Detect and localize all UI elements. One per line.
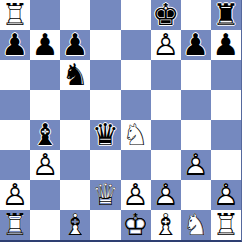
square-h2[interactable]: ♟♙ bbox=[211, 180, 241, 210]
black-pawn-glyph: ♟ bbox=[0, 30, 30, 60]
square-b4[interactable]: ♝ bbox=[30, 120, 60, 150]
square-f5[interactable] bbox=[151, 90, 181, 120]
black-rook-glyph: ♜ bbox=[211, 0, 241, 30]
square-h5[interactable] bbox=[211, 90, 241, 120]
square-c7[interactable]: ♟ bbox=[60, 30, 90, 60]
black-pawn-glyph: ♟ bbox=[60, 30, 90, 60]
square-f8[interactable]: ♚ bbox=[151, 0, 181, 30]
white-bishop[interactable]: ♝♗ bbox=[151, 210, 181, 240]
square-a8[interactable]: ♜♖ bbox=[0, 0, 30, 30]
square-e8[interactable] bbox=[121, 0, 151, 30]
square-d7[interactable] bbox=[90, 30, 120, 60]
white-bishop-outline: ♗ bbox=[60, 210, 90, 240]
black-king-glyph: ♚ bbox=[151, 0, 181, 30]
square-g5[interactable] bbox=[181, 90, 211, 120]
white-pawn-outline: ♙ bbox=[30, 150, 60, 180]
white-pawn-outline: ♙ bbox=[0, 180, 30, 210]
square-b2[interactable] bbox=[30, 180, 60, 210]
black-bishop[interactable]: ♝ bbox=[30, 120, 60, 150]
black-pawn[interactable]: ♟ bbox=[211, 30, 241, 60]
square-g3[interactable]: ♟♙ bbox=[181, 150, 211, 180]
square-d6[interactable] bbox=[90, 60, 120, 90]
square-c3[interactable] bbox=[60, 150, 90, 180]
square-g6[interactable] bbox=[181, 60, 211, 90]
square-a3[interactable] bbox=[0, 150, 30, 180]
black-pawn[interactable]: ♟ bbox=[0, 30, 30, 60]
white-rook-outline: ♖ bbox=[0, 0, 30, 30]
chess-board: ♜♖♚♜♟♟♟♟♙♟♟♞♝♛♞♘♟♙♟♙♟♙♛♕♟♙♟♙♟♙♜♖♝♗♚♔♝♗♞♘… bbox=[0, 0, 242, 242]
square-g7[interactable]: ♟ bbox=[181, 30, 211, 60]
square-h4[interactable] bbox=[211, 120, 241, 150]
black-king[interactable]: ♚ bbox=[151, 0, 181, 30]
black-rook[interactable]: ♜ bbox=[211, 0, 241, 30]
white-pawn-outline: ♙ bbox=[211, 180, 241, 210]
square-c2[interactable] bbox=[60, 180, 90, 210]
square-h8[interactable]: ♜ bbox=[211, 0, 241, 30]
square-b1[interactable] bbox=[30, 210, 60, 240]
square-c1[interactable]: ♝♗ bbox=[60, 210, 90, 240]
white-king-outline: ♔ bbox=[121, 210, 151, 240]
white-knight[interactable]: ♞♘ bbox=[181, 210, 211, 240]
square-a6[interactable] bbox=[0, 60, 30, 90]
black-queen-glyph: ♛ bbox=[90, 120, 120, 150]
white-rook[interactable]: ♜♖ bbox=[0, 0, 30, 30]
square-e6[interactable] bbox=[121, 60, 151, 90]
white-bishop[interactable]: ♝♗ bbox=[60, 210, 90, 240]
square-f2[interactable]: ♟♙ bbox=[151, 180, 181, 210]
white-pawn-outline: ♙ bbox=[181, 150, 211, 180]
square-e4[interactable]: ♞♘ bbox=[121, 120, 151, 150]
square-b3[interactable]: ♟♙ bbox=[30, 150, 60, 180]
white-rook-outline: ♖ bbox=[0, 210, 30, 240]
square-b5[interactable] bbox=[30, 90, 60, 120]
black-pawn[interactable]: ♟ bbox=[181, 30, 211, 60]
square-f3[interactable] bbox=[151, 150, 181, 180]
black-queen[interactable]: ♛ bbox=[90, 120, 120, 150]
square-d5[interactable] bbox=[90, 90, 120, 120]
square-h3[interactable] bbox=[211, 150, 241, 180]
white-pawn[interactable]: ♟♙ bbox=[181, 150, 211, 180]
square-h1[interactable]: ♜♖ bbox=[211, 210, 241, 240]
square-b6[interactable] bbox=[30, 60, 60, 90]
white-knight-outline: ♘ bbox=[121, 120, 151, 150]
black-pawn[interactable]: ♟ bbox=[60, 30, 90, 60]
square-d2[interactable]: ♛♕ bbox=[90, 180, 120, 210]
black-pawn-glyph: ♟ bbox=[211, 30, 241, 60]
white-rook[interactable]: ♜♖ bbox=[211, 210, 241, 240]
square-a7[interactable]: ♟ bbox=[0, 30, 30, 60]
white-pawn[interactable]: ♟♙ bbox=[211, 180, 241, 210]
black-knight-glyph: ♞ bbox=[60, 60, 90, 90]
white-pawn[interactable]: ♟♙ bbox=[151, 180, 181, 210]
square-h7[interactable]: ♟ bbox=[211, 30, 241, 60]
square-e3[interactable] bbox=[121, 150, 151, 180]
square-h6[interactable] bbox=[211, 60, 241, 90]
black-pawn[interactable]: ♟ bbox=[30, 30, 60, 60]
white-pawn[interactable]: ♟♙ bbox=[30, 150, 60, 180]
square-c6[interactable]: ♞ bbox=[60, 60, 90, 90]
square-a1[interactable]: ♜♖ bbox=[0, 210, 30, 240]
white-bishop-outline: ♗ bbox=[151, 210, 181, 240]
black-bishop-glyph: ♝ bbox=[30, 120, 60, 150]
square-d4[interactable]: ♛ bbox=[90, 120, 120, 150]
square-g1[interactable]: ♞♘ bbox=[181, 210, 211, 240]
square-e7[interactable] bbox=[121, 30, 151, 60]
white-queen[interactable]: ♛♕ bbox=[90, 180, 120, 210]
white-king[interactable]: ♚♔ bbox=[121, 210, 151, 240]
white-rook[interactable]: ♜♖ bbox=[0, 210, 30, 240]
white-knight[interactable]: ♞♘ bbox=[121, 120, 151, 150]
white-queen-outline: ♕ bbox=[90, 180, 120, 210]
white-pawn[interactable]: ♟♙ bbox=[0, 180, 30, 210]
black-pawn-glyph: ♟ bbox=[181, 30, 211, 60]
black-pawn-glyph: ♟ bbox=[30, 30, 60, 60]
square-b8[interactable] bbox=[30, 0, 60, 30]
square-a2[interactable]: ♟♙ bbox=[0, 180, 30, 210]
square-c4[interactable] bbox=[60, 120, 90, 150]
square-f7[interactable]: ♟♙ bbox=[151, 30, 181, 60]
square-g2[interactable] bbox=[181, 180, 211, 210]
square-g4[interactable] bbox=[181, 120, 211, 150]
square-d3[interactable] bbox=[90, 150, 120, 180]
square-f4[interactable] bbox=[151, 120, 181, 150]
white-pawn-outline: ♙ bbox=[151, 30, 181, 60]
square-e2[interactable]: ♟♙ bbox=[121, 180, 151, 210]
white-pawn[interactable]: ♟♙ bbox=[121, 180, 151, 210]
square-f6[interactable] bbox=[151, 60, 181, 90]
square-d1[interactable] bbox=[90, 210, 120, 240]
square-e1[interactable]: ♚♔ bbox=[121, 210, 151, 240]
white-pawn-outline: ♙ bbox=[151, 180, 181, 210]
square-d8[interactable] bbox=[90, 0, 120, 30]
square-f1[interactable]: ♝♗ bbox=[151, 210, 181, 240]
white-pawn[interactable]: ♟♙ bbox=[151, 30, 181, 60]
square-g8[interactable] bbox=[181, 0, 211, 30]
square-c5[interactable] bbox=[60, 90, 90, 120]
white-rook-outline: ♖ bbox=[211, 210, 241, 240]
square-a5[interactable] bbox=[0, 90, 30, 120]
black-knight[interactable]: ♞ bbox=[60, 60, 90, 90]
square-e5[interactable] bbox=[121, 90, 151, 120]
square-b7[interactable]: ♟ bbox=[30, 30, 60, 60]
white-pawn-outline: ♙ bbox=[121, 180, 151, 210]
square-c8[interactable] bbox=[60, 0, 90, 30]
square-a4[interactable] bbox=[0, 120, 30, 150]
white-knight-outline: ♘ bbox=[181, 210, 211, 240]
